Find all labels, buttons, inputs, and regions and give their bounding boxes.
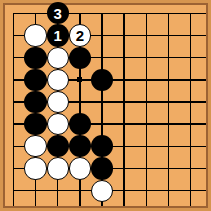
stone-black (69, 135, 91, 157)
go-board-diagram: 312 (0, 0, 211, 211)
stone-black (91, 135, 113, 157)
stone-black (91, 157, 113, 179)
grid-line-v6 (146, 13, 148, 206)
stone-white (24, 24, 46, 46)
star-point-0 (77, 77, 82, 82)
stone-move-3: 3 (47, 2, 69, 24)
stone-white (47, 91, 69, 113)
stone-black (69, 113, 91, 135)
stone-white (47, 157, 69, 179)
grid-line-h0 (13, 13, 206, 15)
stone-move-1: 1 (47, 24, 69, 46)
stone-white (24, 157, 46, 179)
grid-line-v0 (13, 13, 15, 206)
stone-black (47, 135, 69, 157)
stone-black (91, 69, 113, 91)
stone-white (47, 69, 69, 91)
stone-black (69, 47, 91, 69)
stone-white (91, 180, 113, 202)
stone-black (24, 113, 46, 135)
grid-line-v8 (190, 13, 192, 206)
stone-white (24, 135, 46, 157)
stone-move-2: 2 (69, 24, 91, 46)
stone-black (24, 69, 46, 91)
grid-line-v7 (168, 13, 170, 206)
stone-black (24, 91, 46, 113)
board-surface: 312 (0, 0, 211, 211)
stone-white (47, 113, 69, 135)
stone-white (47, 47, 69, 69)
stone-white (69, 157, 91, 179)
stone-black (24, 47, 46, 69)
grid-line-v5 (123, 13, 125, 206)
